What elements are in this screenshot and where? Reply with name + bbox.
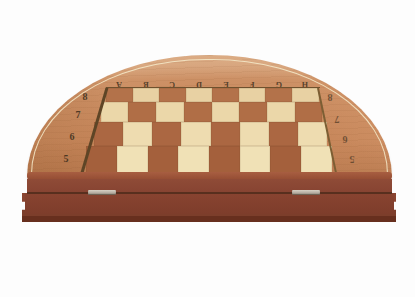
- rank-label-right-7: 7: [335, 114, 340, 125]
- square-c6: [152, 122, 181, 146]
- rank-7-row: [101, 102, 323, 122]
- square-e8: [212, 88, 239, 102]
- square-a5: [86, 146, 117, 173]
- square-a7: [101, 102, 129, 122]
- square-f8: [239, 88, 266, 102]
- square-g8: [265, 88, 292, 102]
- grid-top-border: [106, 87, 320, 89]
- square-d7: [184, 102, 212, 122]
- square-b6: [123, 122, 152, 146]
- rank-label-left-8: 8: [83, 91, 88, 102]
- square-h5: [301, 146, 332, 173]
- rank-6-row: [94, 122, 327, 146]
- rank-label-left-6: 6: [70, 131, 75, 142]
- square-e6: [211, 122, 240, 146]
- rank-label-left-5: 5: [64, 153, 69, 164]
- square-a6: [94, 122, 123, 146]
- box-fold-seam: [27, 192, 392, 194]
- square-c8: [159, 88, 186, 102]
- square-d8: [186, 88, 213, 102]
- square-d5: [178, 146, 209, 173]
- box-front-lower: [25, 194, 394, 214]
- square-g6: [269, 122, 298, 146]
- square-e5: [209, 146, 240, 173]
- square-d6: [181, 122, 210, 146]
- square-h8: [292, 88, 319, 102]
- square-c5: [148, 146, 179, 173]
- rank-5-row: [86, 146, 332, 173]
- square-g7: [267, 102, 295, 122]
- rank-label-right-6: 6: [343, 134, 348, 145]
- box-front-upper: [27, 179, 392, 192]
- rank-label-right-5: 5: [350, 154, 355, 165]
- square-g5: [270, 146, 301, 173]
- square-e7: [212, 102, 240, 122]
- square-c7: [156, 102, 184, 122]
- square-f7: [239, 102, 267, 122]
- square-h7: [295, 102, 323, 122]
- square-f5: [240, 146, 271, 173]
- right-latch: [292, 190, 320, 196]
- square-b5: [117, 146, 148, 173]
- square-h6: [298, 122, 327, 146]
- rank-label-left-7: 7: [76, 109, 81, 120]
- square-f6: [240, 122, 269, 146]
- left-latch: [88, 190, 116, 196]
- chess-box-photo: ABCDEFGH 8765 8765: [0, 0, 415, 297]
- rank-label-right-8: 8: [328, 92, 333, 103]
- rank-8-row: [106, 88, 319, 102]
- square-a8: [106, 88, 133, 102]
- square-b8: [133, 88, 160, 102]
- square-b7: [128, 102, 156, 122]
